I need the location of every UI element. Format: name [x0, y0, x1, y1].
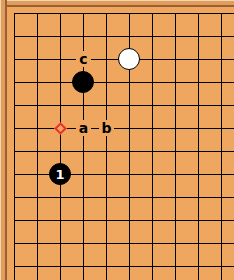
grid-line-horizontal	[14, 13, 234, 14]
grid-line-horizontal	[14, 105, 234, 106]
grid-line-horizontal	[14, 174, 234, 175]
point-label-c: c	[76, 51, 91, 67]
grid-line-horizontal	[14, 197, 234, 198]
move-number: 1	[55, 168, 64, 181]
grid-line-horizontal	[14, 266, 234, 267]
grid-line-horizontal	[14, 36, 234, 37]
grid-line-vertical	[175, 13, 176, 280]
point-label-a: a	[76, 120, 91, 136]
grid-line-vertical	[14, 13, 15, 280]
grid-line-vertical	[60, 13, 61, 280]
grid-line-vertical	[221, 13, 222, 280]
grid-line-horizontal	[14, 82, 234, 83]
grid-line-vertical	[152, 13, 153, 280]
grid-line-vertical	[106, 13, 107, 280]
grid-line-horizontal	[14, 220, 234, 221]
go-board-diagram: cab1	[0, 0, 234, 280]
black-stone	[72, 71, 94, 93]
grid-line-horizontal	[14, 151, 234, 152]
black-stone-move-1: 1	[49, 163, 71, 185]
go-board-grid: cab1	[0, 0, 234, 280]
white-stone	[118, 48, 140, 70]
grid-line-horizontal	[14, 243, 234, 244]
grid-line-vertical	[37, 13, 38, 280]
point-label-b: b	[99, 120, 114, 136]
grid-line-vertical	[198, 13, 199, 280]
marked-point-diamond-icon	[54, 122, 67, 135]
grid-line-horizontal	[14, 128, 234, 129]
